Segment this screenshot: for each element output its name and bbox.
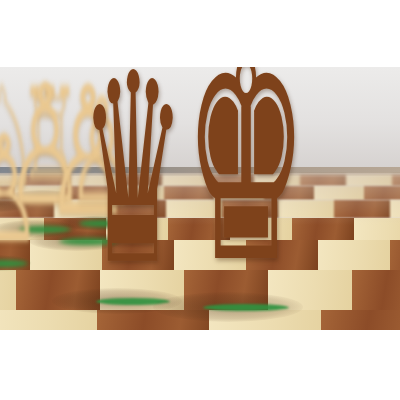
square-r3f6 bbox=[354, 218, 400, 240]
square-r1f6 bbox=[314, 186, 364, 200]
square-r2f7 bbox=[390, 200, 400, 218]
square-r0f8 bbox=[392, 175, 400, 186]
square-r4f5 bbox=[318, 240, 390, 270]
rosewood-king: ♚ bbox=[184, 67, 307, 308]
rosewood-queen: ♛ bbox=[80, 67, 185, 302]
square-r0f7 bbox=[346, 175, 392, 186]
square-r5f5 bbox=[352, 270, 400, 310]
square-r4f6 bbox=[390, 240, 400, 270]
square-r2f6 bbox=[334, 200, 390, 218]
square-r1f7 bbox=[364, 186, 400, 200]
chess-set-product-photo: ♘♖♙♙♙♙♛♚ bbox=[0, 0, 400, 400]
white-frame-bottom bbox=[0, 330, 400, 400]
boxwood-pawn-3: ♙ bbox=[0, 116, 42, 265]
square-r6f4 bbox=[321, 310, 400, 330]
scene: ♘♖♙♙♙♙♛♚ bbox=[0, 67, 400, 330]
white-frame-top bbox=[0, 0, 400, 67]
